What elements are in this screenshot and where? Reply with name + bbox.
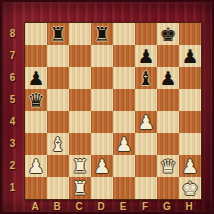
square-a7[interactable] (25, 45, 47, 67)
square-h5[interactable] (179, 89, 201, 111)
square-c5[interactable] (69, 89, 91, 111)
file-labels: ABCDEFGH (24, 199, 200, 214)
square-a2[interactable]: ♟ (25, 155, 47, 177)
square-g6[interactable]: ♟ (157, 67, 179, 89)
square-c6[interactable] (69, 67, 91, 89)
square-c1[interactable]: ♜ (69, 177, 91, 199)
square-d2[interactable]: ♟ (91, 155, 113, 177)
rank-label-8: 8 (2, 22, 23, 44)
square-c3[interactable] (69, 133, 91, 155)
file-label-g: G (156, 199, 178, 214)
white-pawn-d2[interactable]: ♟ (93, 155, 110, 177)
white-pawn-a2[interactable]: ♟ (27, 155, 44, 177)
square-b1[interactable] (47, 177, 69, 199)
rank-label-7: 7 (2, 44, 23, 66)
square-a4[interactable] (25, 111, 47, 133)
black-bishop-f6[interactable]: ♝ (137, 67, 154, 89)
file-label-d: D (90, 199, 112, 214)
file-label-e: E (112, 199, 134, 214)
white-queen-g2[interactable]: ♛ (159, 155, 176, 177)
square-f1[interactable] (135, 177, 157, 199)
square-a1[interactable] (25, 177, 47, 199)
square-d7[interactable] (91, 45, 113, 67)
square-d4[interactable] (91, 111, 113, 133)
square-h2[interactable]: ♟ (179, 155, 201, 177)
square-a5[interactable]: ♛ (25, 89, 47, 111)
white-rook-c2[interactable]: ♜ (71, 155, 88, 177)
black-pawn-a6[interactable]: ♟ (27, 67, 44, 89)
square-b3[interactable]: ♝ (47, 133, 69, 155)
square-c2[interactable]: ♜ (69, 155, 91, 177)
square-h8[interactable] (179, 23, 201, 45)
square-e8[interactable] (113, 23, 135, 45)
square-f5[interactable] (135, 89, 157, 111)
black-rook-b8[interactable]: ♜ (49, 23, 66, 45)
rank-label-6: 6 (2, 66, 23, 88)
square-g3[interactable] (157, 133, 179, 155)
white-rook-c1[interactable]: ♜ (71, 177, 88, 199)
square-a8[interactable] (25, 23, 47, 45)
square-f7[interactable]: ♟ (135, 45, 157, 67)
square-d6[interactable] (91, 67, 113, 89)
file-label-b: B (46, 199, 68, 214)
rank-label-4: 4 (2, 110, 23, 132)
square-h3[interactable] (179, 133, 201, 155)
square-b7[interactable] (47, 45, 69, 67)
square-g5[interactable] (157, 89, 179, 111)
square-h4[interactable] (179, 111, 201, 133)
file-label-c: C (68, 199, 90, 214)
square-a3[interactable] (25, 133, 47, 155)
black-pawn-h7[interactable]: ♟ (181, 45, 198, 67)
rank-label-2: 2 (2, 154, 23, 176)
square-f8[interactable] (135, 23, 157, 45)
square-a6[interactable]: ♟ (25, 67, 47, 89)
file-label-f: F (134, 199, 156, 214)
chessboard-frame: 87654321 ♜♜♚♟♟♟♝♟♛♟♝♟♟♜♟♛♟♜♚ ABCDEFGH (0, 0, 214, 214)
square-e5[interactable] (113, 89, 135, 111)
square-g4[interactable] (157, 111, 179, 133)
square-b8[interactable]: ♜ (47, 23, 69, 45)
rank-labels: 87654321 (2, 22, 23, 198)
square-e1[interactable] (113, 177, 135, 199)
square-f2[interactable] (135, 155, 157, 177)
square-g8[interactable]: ♚ (157, 23, 179, 45)
white-pawn-h2[interactable]: ♟ (181, 155, 198, 177)
square-d3[interactable] (91, 133, 113, 155)
square-h6[interactable] (179, 67, 201, 89)
square-c4[interactable] (69, 111, 91, 133)
square-h7[interactable]: ♟ (179, 45, 201, 67)
square-e7[interactable] (113, 45, 135, 67)
square-d8[interactable]: ♜ (91, 23, 113, 45)
rank-label-1: 1 (2, 176, 23, 198)
square-e3[interactable]: ♟ (113, 133, 135, 155)
black-king-g8[interactable]: ♚ (159, 23, 176, 45)
black-pawn-f7[interactable]: ♟ (137, 45, 154, 67)
square-g7[interactable] (157, 45, 179, 67)
square-f4[interactable]: ♟ (135, 111, 157, 133)
square-b2[interactable] (47, 155, 69, 177)
white-pawn-e3[interactable]: ♟ (115, 133, 132, 155)
rank-label-3: 3 (2, 132, 23, 154)
square-h1[interactable]: ♚ (179, 177, 201, 199)
square-d5[interactable] (91, 89, 113, 111)
white-bishop-b3[interactable]: ♝ (49, 133, 66, 155)
white-king-h1[interactable]: ♚ (181, 177, 198, 199)
square-b6[interactable] (47, 67, 69, 89)
file-label-h: H (178, 199, 200, 214)
board: ♜♜♚♟♟♟♝♟♛♟♝♟♟♜♟♛♟♜♚ (24, 22, 202, 200)
square-f6[interactable]: ♝ (135, 67, 157, 89)
square-e2[interactable] (113, 155, 135, 177)
square-g2[interactable]: ♛ (157, 155, 179, 177)
square-e6[interactable] (113, 67, 135, 89)
square-g1[interactable] (157, 177, 179, 199)
white-pawn-f4[interactable]: ♟ (137, 111, 154, 133)
square-c8[interactable] (69, 23, 91, 45)
square-b5[interactable] (47, 89, 69, 111)
square-d1[interactable] (91, 177, 113, 199)
black-pawn-g6[interactable]: ♟ (159, 67, 176, 89)
rank-label-5: 5 (2, 88, 23, 110)
square-b4[interactable] (47, 111, 69, 133)
black-rook-d8[interactable]: ♜ (93, 23, 110, 45)
file-label-a: A (24, 199, 46, 214)
black-queen-a5[interactable]: ♛ (27, 89, 44, 111)
square-f3[interactable] (135, 133, 157, 155)
square-e4[interactable] (113, 111, 135, 133)
square-c7[interactable] (69, 45, 91, 67)
